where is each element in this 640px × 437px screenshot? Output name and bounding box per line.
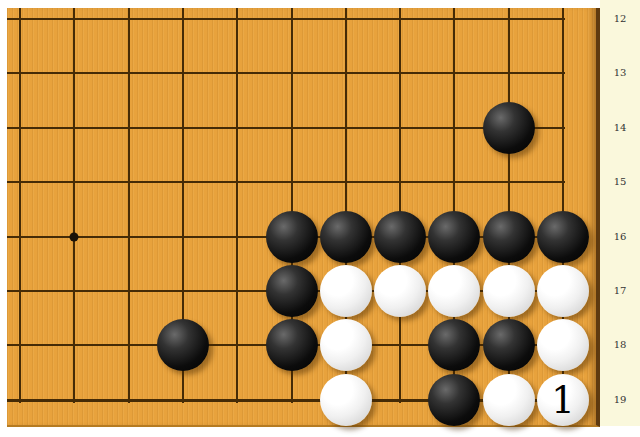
- grid-line-vertical: [19, 8, 21, 403]
- stone-black: [537, 211, 589, 263]
- grid-line-horizontal: [7, 181, 565, 183]
- stone-black: [483, 211, 535, 263]
- grid-line-vertical: [399, 8, 401, 403]
- row-label: 14: [600, 121, 640, 135]
- stone-black: [157, 319, 209, 371]
- stone-black: [483, 319, 535, 371]
- grid-line-horizontal: [7, 18, 565, 20]
- grid-line-vertical: [128, 8, 130, 403]
- stone-white: [320, 319, 372, 371]
- grid-line-horizontal: [7, 127, 565, 129]
- stone-white: [320, 374, 372, 426]
- stone-black: [320, 211, 372, 263]
- stone-black: [483, 102, 535, 154]
- stone-black: [428, 374, 480, 426]
- stone-white: [320, 265, 372, 317]
- stone-black: [266, 265, 318, 317]
- stone-white: [374, 265, 426, 317]
- stone-white: [428, 265, 480, 317]
- grid-line-vertical: [236, 8, 238, 403]
- stone-white: [483, 374, 535, 426]
- move-number-label: 1: [551, 380, 575, 419]
- stone-white: [537, 265, 589, 317]
- row-label: 15: [600, 175, 640, 189]
- stone-black: [266, 319, 318, 371]
- row-label: 18: [600, 338, 640, 352]
- star-point: [70, 232, 79, 241]
- row-label: 17: [600, 284, 640, 298]
- row-label: 16: [600, 230, 640, 244]
- grid-line-vertical: [73, 8, 75, 403]
- row-label: 13: [600, 66, 640, 80]
- grid-line-horizontal: [7, 72, 565, 74]
- row-label: 19: [600, 393, 640, 407]
- stone-black: [374, 211, 426, 263]
- stone-white: [483, 265, 535, 317]
- row-label-strip: 1213141516171819: [600, 0, 640, 426]
- row-label: 12: [600, 12, 640, 26]
- stone-black: [266, 211, 318, 263]
- stone-black: [428, 319, 480, 371]
- go-board[interactable]: 1: [7, 8, 600, 427]
- grid-line-horizontal: [7, 399, 565, 402]
- page-root: 1 1213141516171819: [0, 0, 640, 437]
- stone-white: [537, 319, 589, 371]
- stone-black: [428, 211, 480, 263]
- stone-white: 1: [537, 374, 589, 426]
